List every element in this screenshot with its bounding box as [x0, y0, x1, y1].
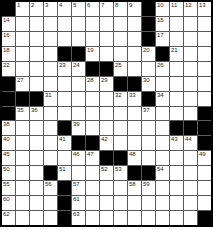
white-cell-r8c14[interactable] — [184, 107, 197, 121]
white-cell-r13c11[interactable]: 59 — [142, 181, 155, 195]
white-cell-r14c9[interactable] — [114, 196, 127, 210]
white-cell-r5c2[interactable] — [16, 62, 29, 76]
white-cell-r13c8[interactable] — [100, 181, 113, 195]
white-cell-r13c12[interactable] — [156, 181, 169, 195]
white-cell-r6c6[interactable] — [72, 77, 85, 91]
white-cell-r4c4[interactable] — [44, 47, 57, 61]
clue-number-23: 23 — [59, 62, 66, 69]
white-cell-r2c14[interactable] — [184, 17, 197, 31]
white-cell-r5c11[interactable] — [142, 62, 155, 76]
white-cell-r10c11[interactable] — [142, 136, 155, 150]
clue-number-22: 22 — [3, 62, 10, 69]
clue-number-55: 55 — [3, 181, 10, 188]
clue-number-48: 48 — [129, 151, 136, 158]
black-cell-r8c15 — [198, 107, 211, 121]
clue-number-29: 29 — [101, 77, 108, 84]
white-cell-r6c15[interactable] — [198, 77, 211, 91]
white-cell-r13c6[interactable]: 57 — [72, 181, 85, 195]
white-cell-r8c13[interactable] — [170, 107, 183, 121]
white-cell-r9c10[interactable] — [128, 121, 141, 135]
white-cell-r14c4[interactable] — [44, 196, 57, 210]
white-cell-r4c11[interactable]: 20 — [142, 47, 155, 61]
black-cell-r14c5 — [58, 196, 71, 210]
clue-number-4: 4 — [59, 2, 62, 9]
clue-number-50: 50 — [3, 166, 10, 173]
white-cell-r12c2[interactable] — [16, 166, 29, 180]
white-cell-r11c4[interactable] — [44, 151, 57, 165]
clue-number-43: 43 — [171, 136, 178, 143]
white-cell-r1c4[interactable]: 3 — [44, 2, 57, 16]
black-cell-r7c1 — [2, 92, 15, 106]
black-cell-r12c4 — [44, 166, 57, 180]
white-cell-r5c14[interactable] — [184, 62, 197, 76]
black-cell-r1c1 — [2, 2, 15, 16]
white-cell-r6c7[interactable]: 28 — [86, 77, 99, 91]
white-cell-r11c2[interactable] — [16, 151, 29, 165]
crossword-puzzle: 1234567891011121314151617181920212223242… — [0, 0, 213, 230]
clue-number-41: 41 — [59, 136, 66, 143]
white-cell-r4c15[interactable] — [198, 47, 211, 61]
white-cell-r7c9[interactable]: 32 — [114, 92, 127, 106]
clue-number-3: 3 — [45, 2, 48, 9]
white-cell-r2c3[interactable] — [30, 17, 43, 31]
white-cell-r11c6[interactable]: 46 — [72, 151, 85, 165]
black-cell-r6c9 — [114, 77, 127, 91]
white-cell-r2c9[interactable] — [114, 17, 127, 31]
white-cell-r12c15[interactable] — [198, 166, 211, 180]
white-cell-r9c6[interactable]: 39 — [72, 121, 85, 135]
clue-number-28: 28 — [87, 77, 94, 84]
white-cell-r4c2[interactable] — [16, 47, 29, 61]
white-cell-r5c5[interactable]: 23 — [58, 62, 71, 76]
white-cell-r11c1[interactable]: 45 — [2, 151, 15, 165]
clue-number-37: 37 — [143, 107, 150, 114]
white-cell-r10c5[interactable]: 41 — [58, 136, 71, 150]
white-cell-r5c10[interactable] — [128, 62, 141, 76]
white-cell-r4c1[interactable]: 18 — [2, 47, 15, 61]
clue-number-25: 25 — [115, 62, 122, 69]
white-cell-r15c2[interactable] — [16, 211, 29, 225]
white-cell-r13c4[interactable]: 56 — [44, 181, 57, 195]
clue-number-56: 56 — [45, 181, 52, 188]
clue-number-49: 49 — [199, 151, 206, 158]
white-cell-r1c12[interactable]: 10 — [156, 2, 169, 16]
black-cell-r11c9 — [114, 151, 127, 165]
clue-number-19: 19 — [87, 47, 94, 54]
white-cell-r15c9[interactable] — [114, 211, 127, 225]
black-cell-r4c12 — [156, 47, 169, 61]
black-cell-r12c10 — [128, 166, 141, 180]
white-cell-r8c12[interactable] — [156, 107, 169, 121]
black-cell-r9c5 — [58, 121, 71, 135]
white-cell-r1c7[interactable]: 6 — [86, 2, 99, 16]
white-cell-r1c10[interactable]: 9 — [128, 2, 141, 16]
clue-number-16: 16 — [3, 32, 10, 39]
black-cell-r5c7 — [86, 62, 99, 76]
white-cell-r6c14[interactable] — [184, 77, 197, 91]
clue-number-30: 30 — [143, 77, 150, 84]
clue-number-42: 42 — [101, 136, 108, 143]
white-cell-r10c8[interactable]: 42 — [100, 136, 113, 150]
white-cell-r11c3[interactable] — [30, 151, 43, 165]
black-cell-r6c10 — [128, 77, 141, 91]
clue-number-63: 63 — [73, 211, 80, 218]
white-cell-r7c10[interactable]: 33 — [128, 92, 141, 106]
white-cell-r1c3[interactable]: 2 — [30, 2, 43, 16]
clue-number-18: 18 — [3, 47, 10, 54]
white-cell-r6c2[interactable]: 27 — [16, 77, 29, 91]
white-cell-r7c7[interactable] — [86, 92, 99, 106]
white-cell-r14c10[interactable] — [128, 196, 141, 210]
white-cell-r14c8[interactable] — [100, 196, 113, 210]
white-cell-r2c12[interactable]: 15 — [156, 17, 169, 31]
white-cell-r2c6[interactable] — [72, 17, 85, 31]
black-cell-r13c5 — [58, 181, 71, 195]
white-cell-r7c5[interactable] — [58, 92, 71, 106]
clue-number-33: 33 — [129, 92, 136, 99]
white-cell-r2c7[interactable] — [86, 17, 99, 31]
white-cell-r13c13[interactable] — [170, 181, 183, 195]
clue-number-17: 17 — [157, 32, 164, 39]
clue-number-34: 34 — [157, 92, 164, 99]
clue-number-35: 35 — [17, 107, 24, 114]
white-cell-r10c12[interactable] — [156, 136, 169, 150]
white-cell-r3c3[interactable] — [30, 32, 43, 46]
white-cell-r15c6[interactable]: 63 — [72, 211, 85, 225]
white-cell-r11c5[interactable] — [58, 151, 71, 165]
white-cell-r8c4[interactable] — [44, 107, 57, 121]
white-cell-r7c14[interactable] — [184, 92, 197, 106]
white-cell-r6c3[interactable] — [30, 77, 43, 91]
clue-number-46: 46 — [73, 151, 80, 158]
white-cell-r11c12[interactable] — [156, 151, 169, 165]
white-cell-r10c13[interactable]: 43 — [170, 136, 183, 150]
white-cell-r10c14[interactable]: 44 — [184, 136, 197, 150]
clue-number-5: 5 — [73, 2, 76, 9]
clue-number-59: 59 — [143, 181, 150, 188]
black-cell-r4c6 — [72, 47, 85, 61]
white-cell-r12c5[interactable]: 51 — [58, 166, 71, 180]
black-cell-r10c6 — [72, 136, 85, 150]
white-cell-r4c7[interactable]: 19 — [86, 47, 99, 61]
white-cell-r3c13[interactable] — [170, 32, 183, 46]
white-cell-r10c9[interactable] — [114, 136, 127, 150]
black-cell-r9c14 — [184, 121, 197, 135]
white-cell-r10c1[interactable]: 40 — [2, 136, 15, 150]
white-cell-r11c11[interactable] — [142, 151, 155, 165]
white-cell-r14c1[interactable]: 60 — [2, 196, 15, 210]
white-cell-r3c12[interactable]: 17 — [156, 32, 169, 46]
black-cell-r11c8 — [100, 151, 113, 165]
white-cell-r12c9[interactable]: 53 — [114, 166, 127, 180]
clue-number-60: 60 — [3, 196, 10, 203]
clue-number-38: 38 — [3, 121, 10, 128]
white-cell-r15c7[interactable] — [86, 211, 99, 225]
white-cell-r14c7[interactable] — [86, 196, 99, 210]
white-cell-r15c4[interactable] — [44, 211, 57, 225]
black-cell-r9c13 — [170, 121, 183, 135]
clue-number-47: 47 — [87, 151, 94, 158]
clue-number-53: 53 — [115, 166, 122, 173]
black-cell-r10c15 — [198, 136, 211, 150]
white-cell-r9c4[interactable] — [44, 121, 57, 135]
white-cell-r8c11[interactable]: 37 — [142, 107, 155, 121]
clue-number-6: 6 — [87, 2, 90, 9]
white-cell-r3c14[interactable] — [184, 32, 197, 46]
white-cell-r12c14[interactable] — [184, 166, 197, 180]
white-cell-r10c4[interactable] — [44, 136, 57, 150]
clue-number-2: 2 — [31, 2, 34, 9]
white-cell-r6c5[interactable] — [58, 77, 71, 91]
clue-number-58: 58 — [129, 181, 136, 188]
white-cell-r14c12[interactable] — [156, 196, 169, 210]
white-cell-r14c3[interactable] — [30, 196, 43, 210]
black-cell-r15c15 — [198, 211, 211, 225]
white-cell-r8c6[interactable] — [72, 107, 85, 121]
black-cell-r15c5 — [58, 211, 71, 225]
white-cell-r11c7[interactable]: 47 — [86, 151, 99, 165]
white-cell-r2c15[interactable] — [198, 17, 211, 31]
white-cell-r12c12[interactable]: 54 — [156, 166, 169, 180]
white-cell-r4c8[interactable] — [100, 47, 113, 61]
white-cell-r3c15[interactable] — [198, 32, 211, 46]
white-cell-r9c9[interactable] — [114, 121, 127, 135]
black-cell-r7c2 — [16, 92, 29, 106]
white-cell-r1c9[interactable]: 8 — [114, 2, 127, 16]
clue-number-7: 7 — [101, 2, 104, 9]
black-cell-r7c3 — [30, 92, 43, 106]
clue-number-54: 54 — [157, 166, 164, 173]
black-cell-r10c7 — [86, 136, 99, 150]
white-cell-r6c13[interactable] — [170, 77, 183, 91]
white-cell-r15c11[interactable] — [142, 211, 155, 225]
white-cell-r5c12[interactable]: 26 — [156, 62, 169, 76]
white-cell-r2c8[interactable] — [100, 17, 113, 31]
white-cell-r11c15[interactable]: 49 — [198, 151, 211, 165]
white-cell-r3c5[interactable] — [58, 32, 71, 46]
white-cell-r15c10[interactable] — [128, 211, 141, 225]
clue-number-44: 44 — [185, 136, 192, 143]
black-cell-r12c11 — [142, 166, 155, 180]
black-cell-r2c11 — [142, 17, 155, 31]
white-cell-r1c15[interactable]: 13 — [198, 2, 211, 16]
white-cell-r8c9[interactable] — [114, 107, 127, 121]
white-cell-r6c8[interactable]: 29 — [100, 77, 113, 91]
clue-number-57: 57 — [73, 181, 80, 188]
black-cell-r3c11 — [142, 32, 155, 46]
white-cell-r2c10[interactable] — [128, 17, 141, 31]
clue-number-36: 36 — [31, 107, 38, 114]
clue-number-13: 13 — [199, 2, 206, 9]
white-cell-r12c13[interactable] — [170, 166, 183, 180]
black-cell-r5c8 — [100, 62, 113, 76]
white-cell-r2c5[interactable] — [58, 17, 71, 31]
white-cell-r9c3[interactable] — [30, 121, 43, 135]
clue-number-39: 39 — [73, 121, 80, 128]
white-cell-r6c4[interactable] — [44, 77, 57, 91]
white-cell-r4c13[interactable]: 21 — [170, 47, 183, 61]
white-cell-r12c8[interactable]: 52 — [100, 166, 113, 180]
white-cell-r5c15[interactable] — [198, 62, 211, 76]
white-cell-r9c1[interactable]: 38 — [2, 121, 15, 135]
white-cell-r9c8[interactable] — [100, 121, 113, 135]
clue-number-9: 9 — [129, 2, 132, 9]
white-cell-r10c3[interactable] — [30, 136, 43, 150]
white-cell-r13c9[interactable] — [114, 181, 127, 195]
white-cell-r3c6[interactable] — [72, 32, 85, 46]
clue-number-15: 15 — [157, 17, 164, 24]
clue-number-8: 8 — [115, 2, 118, 9]
white-cell-r4c3[interactable] — [30, 47, 43, 61]
white-cell-r13c14[interactable] — [184, 181, 197, 195]
white-cell-r6c11[interactable]: 30 — [142, 77, 155, 91]
white-cell-r15c12[interactable] — [156, 211, 169, 225]
white-cell-r3c1[interactable]: 16 — [2, 32, 15, 46]
clue-number-14: 14 — [3, 17, 10, 24]
clue-number-32: 32 — [115, 92, 122, 99]
white-cell-r1c8[interactable]: 7 — [100, 2, 113, 16]
clue-number-12: 12 — [185, 2, 192, 9]
clue-number-27: 27 — [17, 77, 24, 84]
white-cell-r12c1[interactable]: 50 — [2, 166, 15, 180]
clue-number-21: 21 — [171, 47, 178, 54]
white-cell-r3c4[interactable] — [44, 32, 57, 46]
white-cell-r7c15[interactable] — [198, 92, 211, 106]
white-cell-r8c10[interactable] — [128, 107, 141, 121]
white-cell-r9c2[interactable] — [16, 121, 29, 135]
white-cell-r14c6[interactable]: 61 — [72, 196, 85, 210]
black-cell-r8c1 — [2, 107, 15, 121]
white-cell-r13c15[interactable] — [198, 181, 211, 195]
white-cell-r3c9[interactable] — [114, 32, 127, 46]
white-cell-r6c12[interactable] — [156, 77, 169, 91]
white-cell-r3c2[interactable] — [16, 32, 29, 46]
white-cell-r15c14[interactable] — [184, 211, 197, 225]
white-cell-r8c5[interactable] — [58, 107, 71, 121]
white-cell-r12c3[interactable] — [30, 166, 43, 180]
white-cell-r3c8[interactable] — [100, 32, 113, 46]
clue-number-61: 61 — [73, 196, 80, 203]
clue-number-20: 20 — [143, 47, 150, 54]
white-cell-r1c6[interactable]: 5 — [72, 2, 85, 16]
white-cell-r12c6[interactable] — [72, 166, 85, 180]
white-cell-r10c2[interactable] — [16, 136, 29, 150]
white-cell-r11c14[interactable] — [184, 151, 197, 165]
clue-number-52: 52 — [101, 166, 108, 173]
white-cell-r5c4[interactable] — [44, 62, 57, 76]
crossword-grid: 1234567891011121314151617181920212223242… — [0, 0, 213, 227]
white-cell-r11c10[interactable]: 48 — [128, 151, 141, 165]
white-cell-r8c7[interactable] — [86, 107, 99, 121]
white-cell-r9c12[interactable] — [156, 121, 169, 135]
black-cell-r4c5 — [58, 47, 71, 61]
clue-number-26: 26 — [157, 62, 164, 69]
white-cell-r4c10[interactable] — [128, 47, 141, 61]
white-cell-r1c13[interactable]: 11 — [170, 2, 183, 16]
white-cell-r1c2[interactable]: 1 — [16, 2, 29, 16]
white-cell-r5c1[interactable]: 22 — [2, 62, 15, 76]
white-cell-r7c13[interactable] — [170, 92, 183, 106]
white-cell-r5c9[interactable]: 25 — [114, 62, 127, 76]
white-cell-r15c13[interactable] — [170, 211, 183, 225]
white-cell-r8c3[interactable]: 36 — [30, 107, 43, 121]
white-cell-r13c1[interactable]: 55 — [2, 181, 15, 195]
white-cell-r5c6[interactable]: 24 — [72, 62, 85, 76]
white-cell-r4c14[interactable] — [184, 47, 197, 61]
white-cell-r12c7[interactable] — [86, 166, 99, 180]
white-cell-r13c7[interactable] — [86, 181, 99, 195]
white-cell-r2c13[interactable] — [170, 17, 183, 31]
white-cell-r14c11[interactable] — [142, 196, 155, 210]
clue-number-45: 45 — [3, 151, 10, 158]
white-cell-r1c5[interactable]: 4 — [58, 2, 71, 16]
white-cell-r14c2[interactable] — [16, 196, 29, 210]
white-cell-r1c14[interactable]: 12 — [184, 2, 197, 16]
white-cell-r15c8[interactable] — [100, 211, 113, 225]
white-cell-r3c7[interactable] — [86, 32, 99, 46]
white-cell-r11c13[interactable] — [170, 151, 183, 165]
clue-number-11: 11 — [171, 2, 177, 9]
white-cell-r5c13[interactable] — [170, 62, 183, 76]
black-cell-r6c1 — [2, 77, 15, 91]
white-cell-r8c8[interactable] — [100, 107, 113, 121]
white-cell-r4c9[interactable] — [114, 47, 127, 61]
white-cell-r14c14[interactable] — [184, 196, 197, 210]
white-cell-r7c8[interactable] — [100, 92, 113, 106]
white-cell-r7c4[interactable]: 31 — [44, 92, 57, 106]
clue-number-24: 24 — [73, 62, 80, 69]
clue-number-51: 51 — [59, 166, 66, 173]
white-cell-r8c2[interactable]: 35 — [16, 107, 29, 121]
white-cell-r13c10[interactable]: 58 — [128, 181, 141, 195]
white-cell-r2c1[interactable]: 14 — [2, 17, 15, 31]
white-cell-r15c1[interactable]: 62 — [2, 211, 15, 225]
white-cell-r15c3[interactable] — [30, 211, 43, 225]
white-cell-r5c3[interactable] — [30, 62, 43, 76]
clue-number-62: 62 — [3, 211, 10, 218]
clue-number-1: 1 — [17, 2, 20, 9]
white-cell-r7c12[interactable]: 34 — [156, 92, 169, 106]
white-cell-r14c15[interactable] — [198, 196, 211, 210]
white-cell-r2c2[interactable] — [16, 17, 29, 31]
clue-number-10: 10 — [157, 2, 164, 9]
clue-number-31: 31 — [45, 92, 52, 99]
white-cell-r14c13[interactable] — [170, 196, 183, 210]
black-cell-r1c11 — [142, 2, 155, 16]
black-cell-r7c11 — [142, 92, 155, 106]
white-cell-r9c7[interactable] — [86, 121, 99, 135]
white-cell-r10c10[interactable] — [128, 136, 141, 150]
clue-number-40: 40 — [3, 136, 10, 143]
white-cell-r9c11[interactable] — [142, 121, 155, 135]
white-cell-r13c3[interactable] — [30, 181, 43, 195]
white-cell-r13c2[interactable] — [16, 181, 29, 195]
white-cell-r3c10[interactable] — [128, 32, 141, 46]
black-cell-r9c15 — [198, 121, 211, 135]
white-cell-r7c6[interactable] — [72, 92, 85, 106]
white-cell-r2c4[interactable] — [44, 17, 57, 31]
